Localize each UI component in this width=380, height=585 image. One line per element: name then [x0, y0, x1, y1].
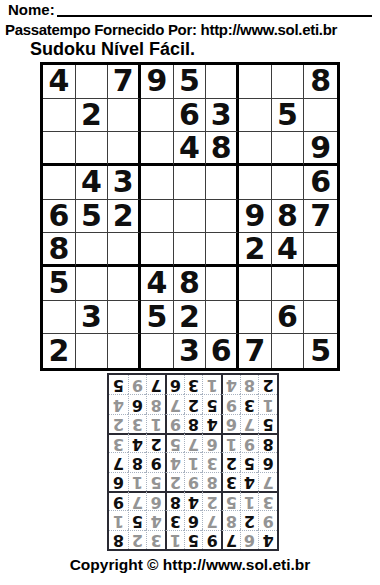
puzzle-cell-r3c6: 8 [206, 132, 239, 166]
solution-cell-r7c2: 7 [240, 414, 259, 433]
solution-cell-r2c8: 5 [128, 510, 147, 529]
solution-grid: 4679513289287634513152486797438925166523… [107, 373, 279, 551]
name-row: Nome: [8, 2, 372, 17]
solution-cell-r9c5: 3 [184, 375, 203, 394]
puzzle-cell-r2c5: 6 [174, 99, 207, 133]
solution-cell-r5c1: 6 [258, 452, 277, 471]
puzzle-cell-r7c4: 4 [141, 267, 174, 301]
solution-cell-r7c6: 9 [165, 414, 184, 433]
puzzle-cell-r9c5: 3 [174, 334, 207, 368]
puzzle-cell-r3c1 [43, 132, 76, 166]
puzzle-cell-r3c4 [141, 132, 174, 166]
solution-cell-r5c9: 7 [109, 452, 128, 471]
solution-cell-r9c1: 2 [258, 375, 277, 394]
solution-cell-r1c8: 2 [128, 530, 147, 549]
solution-cell-r8c1: 1 [258, 394, 277, 413]
puzzle-cell-r6c3 [108, 233, 141, 267]
puzzle-cell-r9c7: 7 [239, 334, 272, 368]
solution-cell-r7c4: 4 [202, 414, 221, 433]
puzzle-cell-r9c8 [272, 334, 305, 368]
puzzle-cell-r4c6 [206, 166, 239, 200]
puzzle-cell-r9c6: 6 [206, 334, 239, 368]
puzzle-cell-r7c8 [272, 267, 305, 301]
puzzle-cell-r2c6: 3 [206, 99, 239, 133]
solution-cell-r7c5: 8 [184, 414, 203, 433]
solution-cell-r6c2: 9 [240, 433, 259, 452]
puzzle-cell-r6c9 [304, 233, 337, 267]
puzzle-cell-r7c3 [108, 267, 141, 301]
solution-cell-r9c6: 6 [165, 375, 184, 394]
solution-cell-r1c1: 4 [258, 530, 277, 549]
puzzle-cell-r4c8 [272, 166, 305, 200]
solution-cell-r5c7: 9 [146, 452, 165, 471]
solution-cell-r3c6: 8 [165, 491, 184, 510]
puzzle-cell-r1c5: 5 [174, 65, 207, 99]
solution-cell-r3c1: 3 [258, 491, 277, 510]
solution-cell-r1c3: 7 [221, 530, 240, 549]
solution-cell-r4c7: 5 [146, 472, 165, 491]
puzzle-cell-r4c7 [239, 166, 272, 200]
puzzle-cell-r2c3 [108, 99, 141, 133]
puzzle-cell-r4c3: 3 [108, 166, 141, 200]
puzzle-cell-r5c9: 7 [304, 200, 337, 234]
puzzle-cell-r9c2 [76, 334, 109, 368]
solution-cell-r8c5: 2 [184, 394, 203, 413]
solution-cell-r8c2: 3 [240, 394, 259, 413]
puzzle-cell-r5c8: 8 [272, 200, 305, 234]
puzzle-cell-r6c7: 2 [239, 233, 272, 267]
main-sudoku-grid: 479582635489436652987824548352623675 [40, 62, 340, 371]
solution-cell-r6c9: 3 [109, 433, 128, 452]
solution-cell-r5c6: 4 [165, 452, 184, 471]
puzzle-cell-r7c6 [206, 267, 239, 301]
solution-cell-r8c4: 5 [202, 394, 221, 413]
puzzle-cell-r6c8: 4 [272, 233, 305, 267]
solution-cell-r5c4: 3 [202, 452, 221, 471]
solution-cell-r7c3: 6 [221, 414, 240, 433]
solution-cell-r2c4: 7 [202, 510, 221, 529]
solution-cell-r9c2: 8 [240, 375, 259, 394]
solution-cell-r6c8: 4 [128, 433, 147, 452]
puzzle-cell-r9c9: 5 [304, 334, 337, 368]
name-blank-line [57, 2, 372, 17]
solution-cell-r6c6: 5 [165, 433, 184, 452]
solution-cell-r9c3: 4 [221, 375, 240, 394]
solution-cell-r6c5: 7 [184, 433, 203, 452]
puzzle-cell-r2c2: 2 [76, 99, 109, 133]
puzzle-cell-r8c6 [206, 301, 239, 335]
puzzle-cell-r1c8 [272, 65, 305, 99]
puzzle-cell-r1c6 [206, 65, 239, 99]
solution-cell-r6c3: 1 [221, 433, 240, 452]
puzzle-cell-r4c1 [43, 166, 76, 200]
puzzle-cell-r6c4 [141, 233, 174, 267]
solution-cell-r7c9: 2 [109, 414, 128, 433]
puzzle-cell-r2c9 [304, 99, 337, 133]
provided-by-text: Passatempo Fornecido Por: http://www.sol… [5, 21, 380, 38]
solution-cell-r3c2: 1 [240, 491, 259, 510]
puzzle-cell-r7c9 [304, 267, 337, 301]
puzzle-cell-r2c7 [239, 99, 272, 133]
puzzle-cell-r6c1: 8 [43, 233, 76, 267]
solution-cell-r2c6: 3 [165, 510, 184, 529]
solution-cell-r6c7: 2 [146, 433, 165, 452]
puzzle-cell-r7c5: 8 [174, 267, 207, 301]
solution-cell-r9c9: 5 [109, 375, 128, 394]
puzzle-cell-r1c3: 7 [108, 65, 141, 99]
solution-cell-r4c4: 8 [202, 472, 221, 491]
solution-cell-r1c6: 1 [165, 530, 184, 549]
solution-cell-r5c2: 5 [240, 452, 259, 471]
solution-cell-r2c7: 4 [146, 510, 165, 529]
solution-cell-r9c8: 9 [128, 375, 147, 394]
solution-cell-r8c3: 9 [221, 394, 240, 413]
puzzle-cell-r9c4 [141, 334, 174, 368]
solution-cell-r3c9: 9 [109, 491, 128, 510]
name-label: Nome: [8, 2, 55, 17]
puzzle-cell-r2c4 [141, 99, 174, 133]
puzzle-cell-r7c1: 5 [43, 267, 76, 301]
puzzle-cell-r8c5: 2 [174, 301, 207, 335]
puzzle-cell-r5c2: 5 [76, 200, 109, 234]
solution-cell-r8c8: 6 [128, 394, 147, 413]
puzzle-cell-r3c8 [272, 132, 305, 166]
puzzle-cell-r1c4: 9 [141, 65, 174, 99]
puzzle-cell-r4c2: 4 [76, 166, 109, 200]
puzzle-cell-r2c1 [43, 99, 76, 133]
puzzle-cell-r5c7: 9 [239, 200, 272, 234]
solution-cell-r3c4: 2 [202, 491, 221, 510]
solution-cell-r1c9: 8 [109, 530, 128, 549]
puzzle-cell-r6c2 [76, 233, 109, 267]
solution-cell-r4c3: 3 [221, 472, 240, 491]
puzzle-cell-r1c2 [76, 65, 109, 99]
solution-cell-r1c2: 6 [240, 530, 259, 549]
puzzle-cell-r2c8: 5 [272, 99, 305, 133]
solution-cell-r9c4: 1 [202, 375, 221, 394]
puzzle-cell-r6c6 [206, 233, 239, 267]
puzzle-cell-r3c9: 9 [304, 132, 337, 166]
solution-cell-r4c8: 1 [128, 472, 147, 491]
puzzle-cell-r6c5 [174, 233, 207, 267]
solution-cell-r6c4: 6 [202, 433, 221, 452]
puzzle-cell-r7c2 [76, 267, 109, 301]
solution-cell-r7c7: 1 [146, 414, 165, 433]
solution-cell-r8c7: 8 [146, 394, 165, 413]
solution-cell-r4c9: 6 [109, 472, 128, 491]
solution-cell-r4c2: 4 [240, 472, 259, 491]
puzzle-cell-r4c9: 6 [304, 166, 337, 200]
solution-cell-r4c6: 2 [165, 472, 184, 491]
puzzle-cell-r3c2 [76, 132, 109, 166]
puzzle-cell-r5c1: 6 [43, 200, 76, 234]
solution-cell-r2c5: 6 [184, 510, 203, 529]
puzzle-cell-r5c6 [206, 200, 239, 234]
puzzle-cell-r3c5: 4 [174, 132, 207, 166]
puzzle-cell-r5c3: 2 [108, 200, 141, 234]
solution-cell-r6c1: 8 [258, 433, 277, 452]
solution-cell-r9c7: 7 [146, 375, 165, 394]
puzzle-cell-r1c1: 4 [43, 65, 76, 99]
puzzle-cell-r4c5 [174, 166, 207, 200]
puzzle-cell-r5c5 [174, 200, 207, 234]
puzzle-cell-r7c7 [239, 267, 272, 301]
solution-cell-r1c5: 5 [184, 530, 203, 549]
puzzle-cell-r8c1 [43, 301, 76, 335]
solution-cell-r5c3: 2 [221, 452, 240, 471]
puzzle-cell-r8c4: 5 [141, 301, 174, 335]
puzzle-cell-r9c3 [108, 334, 141, 368]
puzzle-cell-r8c9 [304, 301, 337, 335]
puzzle-cell-r3c3 [108, 132, 141, 166]
puzzle-cell-r1c7 [239, 65, 272, 99]
solution-cell-r5c5: 1 [184, 452, 203, 471]
solution-cell-r3c8: 7 [128, 491, 147, 510]
solution-cell-r5c8: 8 [128, 452, 147, 471]
puzzle-cell-r8c3 [108, 301, 141, 335]
puzzle-cell-r8c8: 6 [272, 301, 305, 335]
solution-cell-r2c2: 2 [240, 510, 259, 529]
solution-cell-r3c7: 6 [146, 491, 165, 510]
puzzle-cell-r8c2: 3 [76, 301, 109, 335]
solution-cell-r1c7: 3 [146, 530, 165, 549]
puzzle-cell-r3c7 [239, 132, 272, 166]
puzzle-cell-r1c9: 8 [304, 65, 337, 99]
solution-cell-r8c9: 4 [109, 394, 128, 413]
solution-cell-r2c1: 9 [258, 510, 277, 529]
solution-cell-r2c9: 1 [109, 510, 128, 529]
puzzle-cell-r9c1: 2 [43, 334, 76, 368]
solution-cell-r3c3: 5 [221, 491, 240, 510]
page-title: Sudoku Nível Fácil. [30, 39, 195, 60]
puzzle-cell-r5c4 [141, 200, 174, 234]
solution-cell-r2c3: 8 [221, 510, 240, 529]
puzzle-cell-r8c7 [239, 301, 272, 335]
copyright-text: Copyright © http://www.sol.eti.br [0, 556, 380, 574]
solution-cell-r7c8: 3 [128, 414, 147, 433]
solution-cell-r8c6: 7 [165, 394, 184, 413]
solution-cell-r4c5: 9 [184, 472, 203, 491]
solution-cell-r3c5: 4 [184, 491, 203, 510]
solution-cell-r1c4: 9 [202, 530, 221, 549]
solution-cell-r4c1: 7 [258, 472, 277, 491]
puzzle-cell-r4c4 [141, 166, 174, 200]
solution-cell-r7c1: 5 [258, 414, 277, 433]
